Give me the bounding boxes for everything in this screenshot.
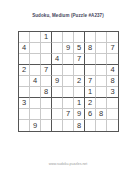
cell-r4c9[interactable]: 4 — [107, 65, 118, 76]
cell-r7c8[interactable] — [96, 98, 107, 109]
cell-r1c8[interactable] — [96, 32, 107, 43]
cell-r8c3[interactable] — [41, 109, 52, 120]
cell-r2c1[interactable]: 4 — [19, 43, 30, 54]
cell-r5c1[interactable] — [19, 76, 30, 87]
cell-r5c6[interactable]: 2 — [74, 76, 85, 87]
cell-r3c3[interactable] — [41, 54, 52, 65]
cell-r2c5[interactable]: 9 — [63, 43, 74, 54]
cell-r2c9[interactable]: 7 — [107, 43, 118, 54]
cell-r7c7[interactable]: 2 — [85, 98, 96, 109]
cell-r8c1[interactable] — [19, 109, 30, 120]
cell-r2c6[interactable]: 5 — [74, 43, 85, 54]
cell-r6c8[interactable] — [96, 87, 107, 98]
sudoku-print-page: { "game": "sudoku", "title": "Sudoku, Me… — [0, 0, 136, 176]
cell-r8c6[interactable]: 9 — [74, 109, 85, 120]
cell-r2c8[interactable] — [96, 43, 107, 54]
cell-r5c4[interactable]: 9 — [52, 76, 63, 87]
cell-r7c5[interactable] — [63, 98, 74, 109]
footer-url: www.sudoku-puzzles.net — [0, 162, 136, 166]
cell-r9c4[interactable] — [52, 120, 63, 131]
cell-r5c5[interactable] — [63, 76, 74, 87]
cell-r9c2[interactable]: 9 — [30, 120, 41, 131]
cell-r1c5[interactable] — [63, 32, 74, 43]
cell-r6c7[interactable]: 1 — [85, 87, 96, 98]
cell-r6c6[interactable] — [74, 87, 85, 98]
cell-r8c4[interactable] — [52, 109, 63, 120]
cell-r3c5[interactable] — [63, 54, 74, 65]
cell-r7c1[interactable]: 3 — [19, 98, 30, 109]
cell-r3c4[interactable]: 4 — [52, 54, 63, 65]
cell-r7c9[interactable] — [107, 98, 118, 109]
cell-r7c3[interactable] — [41, 98, 52, 109]
cell-r9c1[interactable] — [19, 120, 30, 131]
cell-r4c7[interactable] — [85, 65, 96, 76]
cell-r1c6[interactable] — [74, 32, 85, 43]
sudoku-board: 1495874727449278813312796898 — [18, 31, 119, 132]
cell-r4c4[interactable] — [52, 65, 63, 76]
cell-r3c6[interactable]: 7 — [74, 54, 85, 65]
cell-r4c8[interactable] — [96, 65, 107, 76]
cell-r9c6[interactable]: 8 — [74, 120, 85, 131]
cell-r5c3[interactable] — [41, 76, 52, 87]
cell-r6c1[interactable] — [19, 87, 30, 98]
cell-r3c7[interactable] — [85, 54, 96, 65]
cell-r1c2[interactable] — [30, 32, 41, 43]
cell-r9c7[interactable] — [85, 120, 96, 131]
cell-r3c9[interactable] — [107, 54, 118, 65]
cell-r2c3[interactable] — [41, 43, 52, 54]
cell-r4c2[interactable] — [30, 65, 41, 76]
cell-r8c8[interactable]: 8 — [96, 109, 107, 120]
cell-r5c2[interactable]: 4 — [30, 76, 41, 87]
cell-r2c2[interactable] — [30, 43, 41, 54]
cell-r2c4[interactable] — [52, 43, 63, 54]
cell-r5c9[interactable]: 8 — [107, 76, 118, 87]
cell-r6c3[interactable]: 8 — [41, 87, 52, 98]
cell-r6c2[interactable] — [30, 87, 41, 98]
cell-r7c2[interactable] — [30, 98, 41, 109]
cell-r8c2[interactable] — [30, 109, 41, 120]
puzzle-title: Sudoku, Medium (Puzzle #A237) — [0, 13, 136, 18]
cell-r6c9[interactable]: 3 — [107, 87, 118, 98]
cell-r1c9[interactable] — [107, 32, 118, 43]
cell-r5c8[interactable] — [96, 76, 107, 87]
cell-r1c3[interactable]: 1 — [41, 32, 52, 43]
cell-r3c2[interactable] — [30, 54, 41, 65]
cell-r9c8[interactable] — [96, 120, 107, 131]
cell-r4c1[interactable]: 2 — [19, 65, 30, 76]
cell-r9c5[interactable] — [63, 120, 74, 131]
cell-r9c9[interactable] — [107, 120, 118, 131]
cell-r9c3[interactable] — [41, 120, 52, 131]
cell-r4c3[interactable]: 7 — [41, 65, 52, 76]
cell-r8c7[interactable]: 6 — [85, 109, 96, 120]
cell-r3c1[interactable] — [19, 54, 30, 65]
cell-r4c5[interactable] — [63, 65, 74, 76]
cell-r6c4[interactable] — [52, 87, 63, 98]
cell-r1c7[interactable] — [85, 32, 96, 43]
cell-r5c7[interactable]: 7 — [85, 76, 96, 87]
cell-r8c9[interactable] — [107, 109, 118, 120]
cell-r4c6[interactable] — [74, 65, 85, 76]
cell-r1c4[interactable] — [52, 32, 63, 43]
cell-r3c8[interactable] — [96, 54, 107, 65]
cell-r2c7[interactable]: 8 — [85, 43, 96, 54]
cell-r8c5[interactable]: 7 — [63, 109, 74, 120]
cell-r7c6[interactable]: 1 — [74, 98, 85, 109]
cell-r7c4[interactable] — [52, 98, 63, 109]
cell-r6c5[interactable] — [63, 87, 74, 98]
cell-r1c1[interactable] — [19, 32, 30, 43]
